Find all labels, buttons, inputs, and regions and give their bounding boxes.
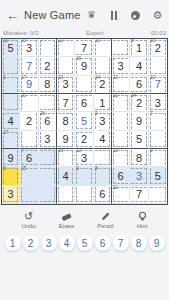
cell-r7c9[interactable]: 9 — [149, 149, 167, 167]
cell-r8c4[interactable]: 4 — [57, 167, 75, 185]
cage-sum: 20 — [21, 94, 26, 99]
cell-r3c2[interactable]: 179 — [20, 76, 38, 94]
given-digit: 9 — [81, 60, 87, 72]
given-digit: 5 — [155, 170, 161, 182]
cell-r2c3[interactable]: 2 — [39, 57, 57, 75]
cage-border — [113, 132, 128, 147]
cell-r8c8[interactable]: 3 — [130, 167, 148, 185]
app-window: ← New Game ♛ ⚙ Mistakes: 0/3 Expert 00:0… — [0, 0, 169, 300]
cage-border — [76, 77, 91, 92]
cage-border — [150, 58, 166, 73]
mistakes-counter: Mistakes: 0/3 — [3, 30, 38, 36]
cell-r8c3[interactable] — [39, 167, 57, 185]
header: ← New Game ♛ ⚙ — [0, 0, 169, 30]
cell-r9c8[interactable]: 7 — [130, 186, 148, 204]
cell-r6c5[interactable]: 2 — [75, 131, 93, 149]
cage-sum: 7 — [150, 112, 153, 117]
cage-sum: 11 — [113, 149, 118, 154]
cage-sum: 11 — [113, 76, 118, 81]
cage-border — [3, 95, 18, 110]
given-digit: 9 — [8, 152, 14, 164]
toolbar: ↺UndoErasePencilHint — [0, 205, 169, 231]
cell-r9c1[interactable]: 3 — [2, 186, 20, 204]
cell-r7c8[interactable]: 8 — [130, 149, 148, 167]
cell-r8c2[interactable]: 15 — [20, 167, 38, 185]
user-digit: 3 — [136, 170, 142, 182]
cell-r2c6[interactable] — [94, 57, 112, 75]
cage-border — [21, 187, 36, 202]
cell-r2c1[interactable] — [2, 57, 20, 75]
given-digit: 2 — [136, 97, 142, 109]
cell-r1c6[interactable]: 11 — [94, 39, 112, 57]
cell-r5c3[interactable]: 266 — [39, 112, 57, 130]
cell-r5c7[interactable] — [112, 112, 130, 130]
cell-r3c8[interactable]: 6 — [130, 76, 148, 94]
cell-r7c5[interactable]: 123 — [75, 149, 93, 167]
user-digit: 5 — [81, 115, 87, 127]
given-digit: 6 — [81, 97, 87, 109]
tool-label: Hint — [137, 223, 148, 229]
cell-r3c3[interactable]: 8 — [39, 76, 57, 94]
numpad-6[interactable]: 6 — [95, 235, 111, 251]
cell-r5c4[interactable]: 8 — [57, 112, 75, 130]
cell-r2c9[interactable] — [149, 57, 167, 75]
given-digit: 8 — [136, 152, 142, 164]
cell-r5c8[interactable]: 9 — [130, 112, 148, 130]
cell-r4c9[interactable]: 3 — [149, 94, 167, 112]
numpad-9[interactable]: 9 — [149, 235, 165, 251]
cage-sum: 15 — [58, 149, 63, 154]
cell-r6c9[interactable] — [149, 131, 167, 149]
cage-border — [58, 58, 73, 73]
cell-r8c9[interactable]: 5 — [149, 167, 167, 185]
cell-r2c4[interactable] — [57, 57, 75, 75]
cell-r6c7[interactable] — [112, 131, 130, 149]
cage-border — [76, 168, 91, 183]
undo-icon: ↺ — [24, 211, 33, 222]
cage-sum: 17 — [3, 131, 8, 136]
given-digit: 9 — [63, 133, 69, 145]
cage-border — [3, 58, 18, 73]
cell-r3c7[interactable]: 11 — [112, 76, 130, 94]
cell-r3c9[interactable]: 107 — [149, 76, 167, 94]
user-digit: 7 — [155, 78, 161, 90]
numpad-4[interactable]: 4 — [59, 235, 75, 251]
given-digit: 8 — [63, 115, 69, 127]
cell-r1c3[interactable]: 7 — [39, 39, 57, 57]
cell-r9c5[interactable] — [75, 186, 93, 204]
cage-border — [95, 58, 110, 73]
given-digit: 7 — [136, 188, 142, 200]
cage-sum: 15 — [21, 167, 26, 172]
killer-sudoku-board: 1151037127118110272169349179810314211610… — [1, 38, 168, 205]
cage-sum: 5 — [3, 167, 6, 172]
cell-r6c6[interactable]: 4 — [94, 131, 112, 149]
cell-r6c8[interactable]: 5 — [130, 131, 148, 149]
settings-icon[interactable]: ⚙ — [152, 10, 163, 21]
cell-r1c9[interactable]: 102 — [149, 39, 167, 57]
given-digit: 6 — [136, 78, 142, 90]
numpad-2[interactable]: 2 — [23, 235, 39, 251]
given-digit: 2 — [99, 78, 105, 90]
given-digit: 3 — [155, 97, 161, 109]
erase-button[interactable]: Erase — [59, 211, 75, 229]
numpad-3[interactable]: 3 — [41, 235, 57, 251]
cell-r8c6[interactable]: 8 — [94, 167, 112, 185]
cage-sum: 8 — [95, 167, 98, 172]
given-digit: 3 — [81, 152, 87, 164]
cage-border — [113, 40, 128, 55]
cell-r1c2[interactable]: 103 — [20, 39, 38, 57]
cell-r4c2[interactable]: 20 — [20, 94, 38, 112]
tool-label: Erase — [59, 223, 75, 229]
given-digit: 5 — [136, 133, 142, 145]
given-digit: 7 — [63, 97, 69, 109]
cell-r5c9[interactable]: 7 — [149, 112, 167, 130]
number-pad: 123456789 — [0, 231, 169, 255]
tool-label: Pencil — [97, 223, 113, 229]
cell-r3c5[interactable] — [75, 76, 93, 94]
cage-sum: 11 — [113, 94, 118, 99]
cage-border — [76, 187, 91, 202]
timer: 00:02 — [151, 30, 166, 36]
numpad-1[interactable]: 1 — [5, 235, 21, 251]
cell-r7c2[interactable]: 76 — [20, 149, 38, 167]
cell-r9c6[interactable]: 6 — [94, 186, 112, 204]
cell-r3c4[interactable]: 103 — [57, 76, 75, 94]
user-digit: 9 — [26, 78, 32, 90]
user-digit: 7 — [26, 60, 32, 72]
given-digit: 1 — [99, 97, 105, 109]
cell-r4c6[interactable]: 1 — [94, 94, 112, 112]
cell-r9c4[interactable] — [57, 186, 75, 204]
cell-r3c6[interactable]: 142 — [94, 76, 112, 94]
cage-border — [40, 150, 55, 165]
pencil-button[interactable]: Pencil — [97, 211, 113, 229]
cell-r8c1[interactable]: 5 — [2, 167, 20, 185]
cell-r9c3[interactable] — [39, 186, 57, 204]
cage-sum: 8 — [131, 39, 134, 44]
given-digit: 3 — [63, 78, 69, 90]
cell-r5c2[interactable]: 2 — [20, 112, 38, 130]
cell-r1c5[interactable]: 7 — [75, 39, 93, 57]
numpad-8[interactable]: 8 — [131, 235, 147, 251]
given-digit: 9 — [136, 115, 142, 127]
pencil-icon — [100, 211, 111, 222]
cell-r4c5[interactable]: 6 — [75, 94, 93, 112]
cell-r7c3[interactable] — [39, 149, 57, 167]
given-digit: 6 — [118, 170, 124, 182]
cell-r1c7[interactable] — [112, 39, 130, 57]
given-digit: 8 — [44, 78, 50, 90]
hint-icon — [137, 211, 148, 222]
cell-r9c9[interactable] — [149, 186, 167, 204]
cell-r4c8[interactable]: 242 — [130, 94, 148, 112]
cell-r7c7[interactable]: 11 — [112, 149, 130, 167]
given-digit: 2 — [155, 42, 161, 54]
cage-border — [58, 187, 73, 202]
cage-border — [113, 113, 128, 128]
given-digit: 3 — [118, 60, 124, 72]
cage-sum: 9 — [3, 76, 6, 81]
given-digit: 3 — [44, 133, 50, 145]
cell-r2c5[interactable]: 169 — [75, 57, 93, 75]
given-digit: 3 — [26, 42, 32, 54]
cage-border — [95, 150, 110, 165]
cell-r5c6[interactable]: 93 — [94, 112, 112, 130]
cell-r7c1[interactable]: 9 — [2, 149, 20, 167]
cell-r1c8[interactable]: 81 — [130, 39, 148, 57]
given-digit: 6 — [26, 152, 32, 164]
cell-r8c5[interactable]: 9 — [75, 167, 93, 185]
cell-r7c6[interactable] — [94, 149, 112, 167]
numpad-7[interactable]: 7 — [113, 235, 129, 251]
difficulty-label: Expert — [86, 30, 103, 36]
given-digit: 3 — [99, 115, 105, 127]
cage-sum: 9 — [95, 112, 98, 117]
page-title: New Game — [24, 9, 81, 21]
cage-sum: 7 — [40, 39, 43, 44]
tool-label: Undo — [21, 223, 35, 229]
cell-r2c7[interactable]: 3 — [112, 57, 130, 75]
given-digit: 3 — [8, 188, 14, 200]
given-digit: 6 — [99, 188, 105, 200]
cage-border — [21, 132, 36, 147]
given-digit: 2 — [44, 60, 50, 72]
cell-r1c4[interactable]: 12 — [57, 39, 75, 57]
cage-border — [150, 187, 166, 202]
given-digit: 6 — [44, 115, 50, 127]
cell-r8c7[interactable]: 6 — [112, 167, 130, 185]
cell-r4c4[interactable]: 7 — [57, 94, 75, 112]
cell-r5c1[interactable]: 4 — [2, 112, 20, 130]
cage-sum: 9 — [150, 149, 153, 154]
cell-r1c1[interactable]: 115 — [2, 39, 20, 57]
cell-r3c1[interactable]: 9 — [2, 76, 20, 94]
cage-border — [150, 132, 166, 147]
cell-r5c5[interactable]: 5 — [75, 112, 93, 130]
cell-r4c7[interactable]: 11 — [112, 94, 130, 112]
cage-sum: 7 — [21, 149, 24, 154]
cage-border — [40, 187, 55, 202]
given-digit: 4 — [8, 115, 14, 127]
cell-r2c2[interactable]: 7 — [20, 57, 38, 75]
cell-r6c3[interactable]: 3 — [39, 131, 57, 149]
cage-sum: 11 — [95, 39, 100, 44]
back-arrow-icon[interactable]: ← — [6, 8, 19, 23]
cell-r9c7[interactable]: 11 — [112, 186, 130, 204]
given-digit: 4 — [99, 133, 105, 145]
eraser-icon — [61, 211, 72, 222]
cell-r4c3[interactable] — [39, 94, 57, 112]
given-digit: 1 — [136, 42, 142, 54]
cage-border — [40, 95, 55, 110]
cell-r2c8[interactable]: 4 — [130, 57, 148, 75]
cell-r9c2[interactable] — [20, 186, 38, 204]
crown-icon[interactable]: ♛ — [86, 10, 97, 21]
cage-border — [40, 168, 55, 183]
cage-sum: 12 — [58, 39, 63, 44]
cage-sum: 9 — [76, 167, 79, 172]
given-digit: 2 — [81, 133, 87, 145]
palette-icon[interactable] — [130, 10, 141, 21]
given-digit: 7 — [81, 42, 87, 54]
pause-icon[interactable] — [108, 10, 119, 21]
cell-r6c4[interactable]: 9 — [57, 131, 75, 149]
given-digit: 4 — [63, 170, 69, 182]
header-icons: ♛ ⚙ — [86, 10, 163, 21]
numpad-5[interactable]: 5 — [77, 235, 93, 251]
undo-button[interactable]: ↺Undo — [21, 211, 35, 229]
cell-r7c4[interactable]: 15 — [57, 149, 75, 167]
status-bar: Mistakes: 0/3 Expert 00:02 — [0, 30, 169, 38]
hint-button[interactable]: Hint — [137, 211, 148, 229]
given-digit: 4 — [136, 60, 142, 72]
cell-r6c2[interactable] — [20, 131, 38, 149]
cell-r4c1[interactable] — [2, 94, 20, 112]
cage-sum: 11 — [113, 186, 118, 191]
given-digit: 2 — [26, 115, 32, 127]
cell-r6c1[interactable]: 17 — [2, 131, 20, 149]
given-digit: 5 — [8, 42, 14, 54]
